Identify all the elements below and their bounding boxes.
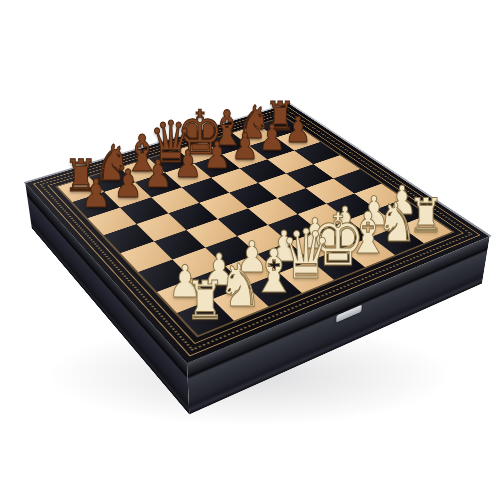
piece-light-rook-a1: ♜ [185, 275, 225, 328]
pieces-layer: ♜♞♝♛♚♝♞♜♟♟♟♟♟♟♟♟♟♟♟♟♟♟♟♟♜♞♝♛♚♝♞♜ [0, 0, 500, 500]
piece-dark-pawn-h7: ♟ [285, 112, 312, 147]
piece-dark-pawn-e7: ♟ [203, 137, 231, 174]
piece-dark-pawn-c7: ♟ [144, 155, 173, 193]
piece-dark-pawn-a7: ♟ [81, 174, 111, 213]
piece-dark-pawn-g7: ♟ [258, 120, 285, 156]
product-photo-scene: ♜♞♝♛♚♝♞♜♟♟♟♟♟♟♟♟♟♟♟♟♟♟♟♟♜♞♝♛♚♝♞♜ [0, 0, 500, 500]
piece-dark-pawn-b7: ♟ [113, 164, 142, 203]
piece-dark-pawn-f7: ♟ [231, 129, 258, 166]
piece-dark-pawn-d7: ♟ [174, 146, 202, 184]
